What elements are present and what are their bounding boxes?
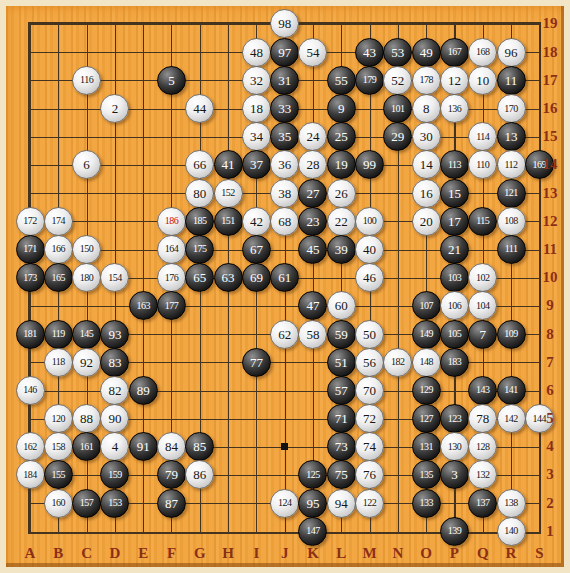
stone-move-number: 104 xyxy=(476,301,490,311)
row-label-8: 8 xyxy=(537,320,563,348)
column-labels: ABCDEFGHIJKLMNOPQRS xyxy=(16,545,554,565)
stone-move-number: 160 xyxy=(52,498,66,508)
stone-G3: 86 xyxy=(185,460,214,489)
row-label-16: 16 xyxy=(537,94,563,122)
stone-move-number: 29 xyxy=(391,130,404,143)
stone-J15: 35 xyxy=(270,122,299,151)
stone-O12: 20 xyxy=(412,207,441,236)
stone-B2: 160 xyxy=(44,489,73,518)
stone-G4: 85 xyxy=(185,432,214,461)
stone-move-number: 166 xyxy=(52,244,66,254)
stone-J12: 68 xyxy=(270,207,299,236)
stone-M18: 43 xyxy=(355,38,384,67)
stone-move-number: 6 xyxy=(83,158,90,171)
stone-Q8: 7 xyxy=(468,320,497,349)
stone-move-number: 27 xyxy=(306,187,319,200)
stone-K14: 28 xyxy=(298,150,327,179)
stone-K18: 54 xyxy=(298,38,327,67)
stone-M4: 74 xyxy=(355,432,384,461)
stone-Q6: 143 xyxy=(468,376,497,405)
stone-K8: 58 xyxy=(298,320,327,349)
col-label-L: L xyxy=(327,545,355,565)
stone-move-number: 148 xyxy=(419,357,433,367)
stone-move-number: 91 xyxy=(137,440,150,453)
stone-A12: 172 xyxy=(16,207,45,236)
stone-move-number: 5 xyxy=(168,74,175,87)
stone-move-number: 36 xyxy=(278,158,291,171)
row-label-10: 10 xyxy=(537,264,563,292)
stone-F10: 176 xyxy=(157,263,186,292)
stone-K1: 147 xyxy=(298,517,327,546)
stone-move-number: 143 xyxy=(476,385,490,395)
stone-move-number: 51 xyxy=(335,356,348,369)
stone-B12: 174 xyxy=(44,207,73,236)
stone-J8: 62 xyxy=(270,320,299,349)
stone-R13: 121 xyxy=(497,179,526,208)
stone-move-number: 11 xyxy=(505,74,518,87)
stone-L2: 94 xyxy=(327,489,356,518)
stone-L8: 59 xyxy=(327,320,356,349)
stone-M17: 179 xyxy=(355,66,384,95)
stone-move-number: 96 xyxy=(505,46,518,59)
stone-Q5: 78 xyxy=(468,404,497,433)
stone-O18: 49 xyxy=(412,38,441,67)
stone-move-number: 65 xyxy=(193,271,206,284)
stone-move-number: 174 xyxy=(52,216,66,226)
stone-move-number: 165 xyxy=(52,273,66,283)
stone-move-number: 88 xyxy=(80,412,93,425)
stone-J17: 31 xyxy=(270,66,299,95)
stone-move-number: 80 xyxy=(193,187,206,200)
stone-move-number: 33 xyxy=(278,102,291,115)
stone-N15: 29 xyxy=(383,122,412,151)
stone-move-number: 178 xyxy=(419,75,433,85)
col-label-S: S xyxy=(525,545,553,565)
stone-move-number: 53 xyxy=(391,46,404,59)
stone-O5: 127 xyxy=(412,404,441,433)
stone-K9: 47 xyxy=(298,291,327,320)
stone-move-number: 155 xyxy=(52,470,66,480)
stone-D5: 90 xyxy=(100,404,129,433)
stone-P4: 130 xyxy=(440,432,469,461)
stone-move-number: 161 xyxy=(80,442,94,452)
stone-G14: 66 xyxy=(185,150,214,179)
stone-move-number: 97 xyxy=(278,46,291,59)
stone-L11: 39 xyxy=(327,235,356,264)
stone-F9: 177 xyxy=(157,291,186,320)
stone-I15: 34 xyxy=(242,122,271,151)
stone-D10: 154 xyxy=(100,263,129,292)
stone-H10: 63 xyxy=(214,263,243,292)
stone-move-number: 127 xyxy=(419,414,433,424)
stone-move-number: 118 xyxy=(52,357,65,367)
row-label-6: 6 xyxy=(537,376,563,404)
stone-J16: 33 xyxy=(270,94,299,123)
row-label-13: 13 xyxy=(537,179,563,207)
stone-move-number: 56 xyxy=(363,356,376,369)
stone-move-number: 105 xyxy=(448,329,462,339)
stone-move-number: 49 xyxy=(420,46,433,59)
stone-move-number: 34 xyxy=(250,130,263,143)
stone-F4: 84 xyxy=(157,432,186,461)
stone-move-number: 45 xyxy=(306,243,319,256)
row-label-5: 5 xyxy=(537,405,563,433)
stone-Q9: 104 xyxy=(468,291,497,320)
stone-G10: 65 xyxy=(185,263,214,292)
stone-R16: 170 xyxy=(497,94,526,123)
stone-move-number: 40 xyxy=(363,243,376,256)
col-label-D: D xyxy=(101,545,129,565)
stone-I10: 69 xyxy=(242,263,271,292)
stone-I7: 77 xyxy=(242,348,271,377)
stone-L7: 51 xyxy=(327,348,356,377)
col-label-K: K xyxy=(299,545,327,565)
stone-I16: 18 xyxy=(242,94,271,123)
stone-P12: 17 xyxy=(440,207,469,236)
stone-B10: 165 xyxy=(44,263,73,292)
stone-O4: 131 xyxy=(412,432,441,461)
row-label-14: 14 xyxy=(537,151,563,179)
stone-move-number: 123 xyxy=(448,414,462,424)
col-label-I: I xyxy=(242,545,270,565)
col-label-P: P xyxy=(440,545,468,565)
stone-D8: 93 xyxy=(100,320,129,349)
stone-move-number: 42 xyxy=(250,215,263,228)
stone-move-number: 84 xyxy=(165,440,178,453)
stone-move-number: 8 xyxy=(423,102,430,115)
stone-move-number: 31 xyxy=(278,74,291,87)
stone-move-number: 93 xyxy=(108,328,121,341)
stone-E9: 163 xyxy=(129,291,158,320)
stone-move-number: 177 xyxy=(165,301,179,311)
stone-move-number: 110 xyxy=(476,160,489,170)
row-label-4: 4 xyxy=(537,433,563,461)
stone-B4: 158 xyxy=(44,432,73,461)
stone-E6: 89 xyxy=(129,376,158,405)
stone-J18: 97 xyxy=(270,38,299,67)
stone-move-number: 48 xyxy=(250,46,263,59)
stone-A6: 146 xyxy=(16,376,45,405)
stone-move-number: 141 xyxy=(504,385,518,395)
row-label-11: 11 xyxy=(537,235,563,263)
stone-move-number: 125 xyxy=(306,470,320,480)
stone-move-number: 131 xyxy=(419,442,433,452)
stone-move-number: 57 xyxy=(335,384,348,397)
stone-move-number: 73 xyxy=(335,440,348,453)
stone-move-number: 69 xyxy=(250,271,263,284)
stone-move-number: 2 xyxy=(112,102,119,115)
row-label-15: 15 xyxy=(537,123,563,151)
stone-move-number: 184 xyxy=(23,470,37,480)
stone-D6: 82 xyxy=(100,376,129,405)
col-label-J: J xyxy=(271,545,299,565)
stone-move-number: 119 xyxy=(52,329,65,339)
stone-E4: 91 xyxy=(129,432,158,461)
stone-move-number: 107 xyxy=(419,301,433,311)
stone-move-number: 106 xyxy=(448,301,462,311)
stone-move-number: 121 xyxy=(504,188,518,198)
stone-I11: 67 xyxy=(242,235,271,264)
stone-move-number: 95 xyxy=(306,497,319,510)
stone-move-number: 111 xyxy=(505,244,518,254)
stone-D7: 83 xyxy=(100,348,129,377)
col-label-Q: Q xyxy=(469,545,497,565)
stone-move-number: 9 xyxy=(338,102,345,115)
stone-L16: 9 xyxy=(327,94,356,123)
stone-move-number: 102 xyxy=(476,273,490,283)
stone-O15: 30 xyxy=(412,122,441,151)
stone-move-number: 108 xyxy=(504,216,518,226)
stone-K3: 125 xyxy=(298,460,327,489)
stone-Q18: 168 xyxy=(468,38,497,67)
stone-move-number: 114 xyxy=(476,132,489,142)
stone-B11: 166 xyxy=(44,235,73,264)
stone-move-number: 138 xyxy=(504,498,518,508)
stone-move-number: 79 xyxy=(165,468,178,481)
stone-P13: 15 xyxy=(440,179,469,208)
stone-M6: 70 xyxy=(355,376,384,405)
stone-O17: 178 xyxy=(412,66,441,95)
stone-O9: 107 xyxy=(412,291,441,320)
stone-move-number: 157 xyxy=(80,498,94,508)
stone-move-number: 130 xyxy=(448,442,462,452)
stone-move-number: 133 xyxy=(419,498,433,508)
stone-move-number: 46 xyxy=(363,271,376,284)
stone-move-number: 154 xyxy=(108,273,122,283)
stone-move-number: 71 xyxy=(335,412,348,425)
stone-move-number: 172 xyxy=(23,216,37,226)
stone-move-number: 94 xyxy=(335,497,348,510)
stone-L12: 22 xyxy=(327,207,356,236)
stone-A10: 173 xyxy=(16,263,45,292)
row-label-2: 2 xyxy=(537,489,563,517)
stone-L9: 60 xyxy=(327,291,356,320)
stone-J10: 61 xyxy=(270,263,299,292)
stone-Q10: 102 xyxy=(468,263,497,292)
stone-F2: 87 xyxy=(157,489,186,518)
stone-M11: 40 xyxy=(355,235,384,264)
stone-move-number: 44 xyxy=(193,102,206,115)
stone-move-number: 137 xyxy=(476,498,490,508)
stone-move-number: 163 xyxy=(136,301,150,311)
col-label-M: M xyxy=(355,545,383,565)
stone-move-number: 186 xyxy=(165,216,179,226)
stone-R14: 112 xyxy=(497,150,526,179)
stone-move-number: 67 xyxy=(250,243,263,256)
stone-O16: 8 xyxy=(412,94,441,123)
stone-move-number: 98 xyxy=(278,17,291,30)
stone-move-number: 70 xyxy=(363,384,376,397)
stone-L17: 55 xyxy=(327,66,356,95)
stone-move-number: 47 xyxy=(306,299,319,312)
stone-move-number: 120 xyxy=(52,414,66,424)
stone-C17: 116 xyxy=(72,66,101,95)
stone-move-number: 183 xyxy=(448,357,462,367)
go-board[interactable]: 9848975443534916716896116532315517952178… xyxy=(6,6,564,567)
stone-move-number: 153 xyxy=(108,498,122,508)
star-point-J4 xyxy=(281,443,288,450)
stone-move-number: 92 xyxy=(80,356,93,369)
stone-move-number: 4 xyxy=(112,440,119,453)
stone-P8: 105 xyxy=(440,320,469,349)
stone-move-number: 128 xyxy=(476,442,490,452)
stone-move-number: 59 xyxy=(335,328,348,341)
stone-F11: 164 xyxy=(157,235,186,264)
stone-Q12: 115 xyxy=(468,207,497,236)
stone-move-number: 170 xyxy=(504,104,518,114)
stone-move-number: 62 xyxy=(278,328,291,341)
stone-move-number: 77 xyxy=(250,356,263,369)
stone-B5: 120 xyxy=(44,404,73,433)
stone-P1: 139 xyxy=(440,517,469,546)
row-labels: 19181716151413121110987654321 xyxy=(537,10,563,546)
stone-move-number: 136 xyxy=(448,104,462,114)
row-label-18: 18 xyxy=(537,38,563,66)
stone-P3: 3 xyxy=(440,460,469,489)
stone-I17: 32 xyxy=(242,66,271,95)
stone-P5: 123 xyxy=(440,404,469,433)
col-label-A: A xyxy=(16,545,44,565)
stone-move-number: 38 xyxy=(278,187,291,200)
stone-move-number: 37 xyxy=(250,158,263,171)
stone-G13: 80 xyxy=(185,179,214,208)
stone-F3: 79 xyxy=(157,460,186,489)
stone-B7: 118 xyxy=(44,348,73,377)
stone-I14: 37 xyxy=(242,150,271,179)
stone-Q17: 10 xyxy=(468,66,497,95)
stone-move-number: 146 xyxy=(23,385,37,395)
stone-P18: 167 xyxy=(440,38,469,67)
stone-move-number: 142 xyxy=(504,414,518,424)
stone-G11: 175 xyxy=(185,235,214,264)
stone-P14: 113 xyxy=(440,150,469,179)
stone-move-number: 151 xyxy=(221,216,235,226)
stone-R15: 13 xyxy=(497,122,526,151)
col-label-B: B xyxy=(44,545,72,565)
stone-move-number: 17 xyxy=(448,215,461,228)
stone-move-number: 58 xyxy=(306,328,319,341)
stone-I12: 42 xyxy=(242,207,271,236)
stone-P16: 136 xyxy=(440,94,469,123)
stone-move-number: 171 xyxy=(23,244,37,254)
stone-K2: 95 xyxy=(298,489,327,518)
stone-move-number: 16 xyxy=(420,187,433,200)
stone-move-number: 158 xyxy=(52,442,66,452)
col-label-O: O xyxy=(412,545,440,565)
stone-M8: 50 xyxy=(355,320,384,349)
stone-move-number: 15 xyxy=(448,187,461,200)
col-label-H: H xyxy=(214,545,242,565)
stone-move-number: 39 xyxy=(335,243,348,256)
stone-R12: 108 xyxy=(497,207,526,236)
stone-Q14: 110 xyxy=(468,150,497,179)
col-label-R: R xyxy=(497,545,525,565)
stone-move-number: 86 xyxy=(193,468,206,481)
stone-move-number: 124 xyxy=(278,498,292,508)
stone-O6: 129 xyxy=(412,376,441,405)
stone-move-number: 90 xyxy=(108,412,121,425)
stone-move-number: 10 xyxy=(476,74,489,87)
stone-C5: 88 xyxy=(72,404,101,433)
stone-move-number: 150 xyxy=(80,244,94,254)
stone-move-number: 76 xyxy=(363,468,376,481)
stone-move-number: 122 xyxy=(363,498,377,508)
stone-N7: 182 xyxy=(383,348,412,377)
stone-move-number: 30 xyxy=(420,130,433,143)
stone-move-number: 176 xyxy=(165,273,179,283)
stone-Q3: 132 xyxy=(468,460,497,489)
stone-A8: 181 xyxy=(16,320,45,349)
stone-move-number: 89 xyxy=(137,384,150,397)
stone-move-number: 139 xyxy=(448,526,462,536)
stone-move-number: 14 xyxy=(420,158,433,171)
stone-move-number: 109 xyxy=(504,329,518,339)
stone-move-number: 60 xyxy=(335,299,348,312)
row-label-1: 1 xyxy=(537,517,563,545)
stone-L6: 57 xyxy=(327,376,356,405)
stone-move-number: 63 xyxy=(222,271,235,284)
stone-L15: 25 xyxy=(327,122,356,151)
stone-M14: 99 xyxy=(355,150,384,179)
stone-C8: 145 xyxy=(72,320,101,349)
stone-R18: 96 xyxy=(497,38,526,67)
stones-layer: 9848975443534916716896116532315517952178… xyxy=(16,10,554,546)
stone-O7: 148 xyxy=(412,348,441,377)
stone-G12: 185 xyxy=(185,207,214,236)
stone-H14: 41 xyxy=(214,150,243,179)
stone-move-number: 147 xyxy=(306,526,320,536)
stone-L13: 26 xyxy=(327,179,356,208)
stone-move-number: 168 xyxy=(476,47,490,57)
stone-move-number: 21 xyxy=(448,243,461,256)
stone-J19: 98 xyxy=(270,9,299,38)
stone-M2: 122 xyxy=(355,489,384,518)
stone-move-number: 129 xyxy=(419,385,433,395)
stone-L3: 75 xyxy=(327,460,356,489)
stone-move-number: 182 xyxy=(391,357,405,367)
stone-move-number: 112 xyxy=(504,160,517,170)
stone-H12: 151 xyxy=(214,207,243,236)
stone-R17: 11 xyxy=(497,66,526,95)
stone-Q15: 114 xyxy=(468,122,497,151)
stone-move-number: 7 xyxy=(480,328,487,341)
stone-N18: 53 xyxy=(383,38,412,67)
stone-move-number: 140 xyxy=(504,526,518,536)
stone-O13: 16 xyxy=(412,179,441,208)
stone-A11: 171 xyxy=(16,235,45,264)
stone-move-number: 132 xyxy=(476,470,490,480)
stone-P9: 106 xyxy=(440,291,469,320)
stone-D2: 153 xyxy=(100,489,129,518)
stone-move-number: 43 xyxy=(363,46,376,59)
row-label-7: 7 xyxy=(537,348,563,376)
stone-C14: 6 xyxy=(72,150,101,179)
stone-R11: 111 xyxy=(497,235,526,264)
stone-N16: 101 xyxy=(383,94,412,123)
stone-Q2: 137 xyxy=(468,489,497,518)
stone-move-number: 32 xyxy=(250,74,263,87)
stone-J14: 36 xyxy=(270,150,299,179)
stone-move-number: 22 xyxy=(335,215,348,228)
stone-K13: 27 xyxy=(298,179,327,208)
stone-F12: 186 xyxy=(157,207,186,236)
stone-M7: 56 xyxy=(355,348,384,377)
stone-K15: 24 xyxy=(298,122,327,151)
stone-move-number: 167 xyxy=(448,47,462,57)
stone-R6: 141 xyxy=(497,376,526,405)
stone-move-number: 99 xyxy=(363,158,376,171)
stone-G16: 44 xyxy=(185,94,214,123)
